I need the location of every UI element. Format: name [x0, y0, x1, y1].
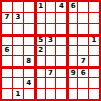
- sudoku-cell-given: 7: [78, 56, 88, 66]
- sudoku-cell-empty[interactable]: [67, 13, 77, 23]
- sudoku-cell-given: 1: [35, 2, 45, 12]
- sudoku-cell-given: 6: [67, 2, 77, 12]
- sudoku-cell-empty[interactable]: [56, 78, 66, 88]
- sudoku-cell-empty[interactable]: [35, 67, 45, 77]
- sudoku-cell-empty[interactable]: [13, 35, 23, 45]
- sudoku-board: 14673531628779641: [0, 0, 101, 101]
- sudoku-cell-empty[interactable]: [78, 35, 88, 45]
- sudoku-cell-empty[interactable]: [67, 56, 77, 66]
- sudoku-cell-empty[interactable]: [46, 46, 56, 56]
- sudoku-cell-empty[interactable]: [35, 78, 45, 88]
- sudoku-cell-empty[interactable]: [13, 56, 23, 66]
- sudoku-cell-empty[interactable]: [78, 89, 88, 99]
- sudoku-cell-given: 6: [78, 67, 88, 77]
- sudoku-cell-empty[interactable]: [2, 2, 12, 12]
- sudoku-cell-empty[interactable]: [46, 2, 56, 12]
- sudoku-cell-given: 8: [24, 56, 34, 66]
- sudoku-cell-empty[interactable]: [56, 67, 66, 77]
- sudoku-cell-empty[interactable]: [2, 35, 12, 45]
- sudoku-cell-empty[interactable]: [13, 46, 23, 56]
- sudoku-cell-empty[interactable]: [46, 89, 56, 99]
- sudoku-cell-empty[interactable]: [78, 78, 88, 88]
- sudoku-cell-empty[interactable]: [46, 13, 56, 23]
- sudoku-cell-given: 7: [2, 13, 12, 23]
- sudoku-cell-given: 2: [35, 46, 45, 56]
- sudoku-cell-empty[interactable]: [46, 24, 56, 34]
- sudoku-cell-empty[interactable]: [89, 56, 99, 66]
- sudoku-cell-empty[interactable]: [56, 24, 66, 34]
- sudoku-cell-empty[interactable]: [13, 67, 23, 77]
- sudoku-cell-empty[interactable]: [56, 56, 66, 66]
- sudoku-cell-empty[interactable]: [24, 89, 34, 99]
- sudoku-cell-empty[interactable]: [46, 78, 56, 88]
- sudoku-cell-empty[interactable]: [89, 13, 99, 23]
- sudoku-cell-empty[interactable]: [24, 2, 34, 12]
- sudoku-cell-empty[interactable]: [89, 2, 99, 12]
- sudoku-cell-empty[interactable]: [89, 89, 99, 99]
- sudoku-cell-empty[interactable]: [2, 78, 12, 88]
- sudoku-cell-empty[interactable]: [2, 89, 12, 99]
- sudoku-cell-empty[interactable]: [67, 46, 77, 56]
- sudoku-cell-empty[interactable]: [13, 24, 23, 34]
- sudoku-cell-empty[interactable]: [24, 67, 34, 77]
- sudoku-cell-given: 3: [13, 13, 23, 23]
- sudoku-cell-empty[interactable]: [78, 2, 88, 12]
- sudoku-cell-empty[interactable]: [35, 89, 45, 99]
- sudoku-cell-given: 6: [2, 46, 12, 56]
- sudoku-cell-given: 7: [46, 67, 56, 77]
- sudoku-cell-given: 4: [56, 2, 66, 12]
- sudoku-cell-empty[interactable]: [67, 78, 77, 88]
- sudoku-cell-empty[interactable]: [89, 67, 99, 77]
- sudoku-cell-empty[interactable]: [56, 89, 66, 99]
- sudoku-cell-empty[interactable]: [78, 24, 88, 34]
- sudoku-cell-empty[interactable]: [35, 13, 45, 23]
- sudoku-cell-given: 3: [46, 35, 56, 45]
- sudoku-cell-empty[interactable]: [35, 56, 45, 66]
- sudoku-cell-empty[interactable]: [24, 24, 34, 34]
- sudoku-cell-empty[interactable]: [24, 13, 34, 23]
- sudoku-cell-empty[interactable]: [89, 78, 99, 88]
- sudoku-cell-empty[interactable]: [13, 2, 23, 12]
- sudoku-cell-empty[interactable]: [89, 46, 99, 56]
- sudoku-cell-given: 4: [24, 78, 34, 88]
- sudoku-cell-empty[interactable]: [56, 46, 66, 56]
- sudoku-cell-empty[interactable]: [35, 24, 45, 34]
- sudoku-cell-empty[interactable]: [2, 24, 12, 34]
- sudoku-cell-empty[interactable]: [67, 35, 77, 45]
- sudoku-cell-empty[interactable]: [56, 35, 66, 45]
- sudoku-cell-empty[interactable]: [46, 56, 56, 66]
- sudoku-cell-empty[interactable]: [24, 46, 34, 56]
- sudoku-cell-given: 1: [89, 35, 99, 45]
- sudoku-cell-empty[interactable]: [24, 35, 34, 45]
- sudoku-cell-empty[interactable]: [78, 46, 88, 56]
- sudoku-cell-empty[interactable]: [13, 78, 23, 88]
- sudoku-cell-empty[interactable]: [56, 13, 66, 23]
- sudoku-cell-empty[interactable]: [67, 89, 77, 99]
- sudoku-cell-given: 9: [67, 67, 77, 77]
- sudoku-cell-empty[interactable]: [89, 24, 99, 34]
- sudoku-cell-empty[interactable]: [78, 13, 88, 23]
- sudoku-cell-empty[interactable]: [2, 67, 12, 77]
- sudoku-cell-empty[interactable]: [67, 24, 77, 34]
- sudoku-cell-given: 1: [13, 89, 23, 99]
- sudoku-cell-empty[interactable]: [2, 56, 12, 66]
- sudoku-cell-given: 5: [35, 35, 45, 45]
